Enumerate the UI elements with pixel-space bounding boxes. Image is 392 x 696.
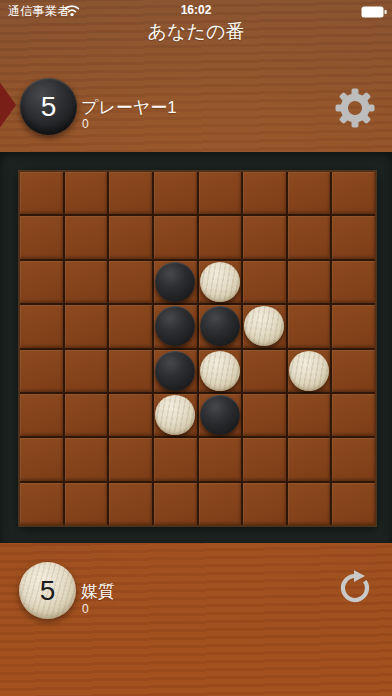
board-frame — [0, 152, 392, 543]
board-cell[interactable] — [154, 350, 197, 392]
board-cell[interactable] — [199, 172, 242, 214]
black-stone — [155, 351, 195, 391]
white-stone — [200, 351, 240, 391]
board-cell[interactable] — [65, 483, 108, 525]
board-cell[interactable] — [199, 350, 242, 392]
white-stone — [244, 306, 284, 346]
board-cell[interactable] — [20, 261, 63, 303]
board-cell[interactable] — [65, 438, 108, 480]
white-stone — [155, 395, 195, 435]
board-cell[interactable] — [154, 172, 197, 214]
board-cell[interactable] — [109, 438, 152, 480]
top-player-name: プレーヤー1 — [81, 96, 177, 119]
board-cell[interactable] — [288, 172, 331, 214]
board-cell[interactable] — [199, 261, 242, 303]
board-cell[interactable] — [243, 438, 286, 480]
board-cell[interactable] — [154, 394, 197, 436]
board-cell[interactable] — [199, 483, 242, 525]
board-cell[interactable] — [20, 483, 63, 525]
board-cell[interactable] — [332, 216, 375, 258]
board-cell[interactable] — [154, 483, 197, 525]
white-stone — [289, 351, 329, 391]
board-cell[interactable] — [243, 216, 286, 258]
board-cell[interactable] — [243, 305, 286, 347]
board-cell[interactable] — [332, 172, 375, 214]
board-cell[interactable] — [332, 438, 375, 480]
board-cell[interactable] — [288, 483, 331, 525]
othello-board — [19, 171, 376, 526]
board-cell[interactable] — [288, 261, 331, 303]
white-disc-count: 5 — [40, 575, 56, 607]
board-cell[interactable] — [20, 172, 63, 214]
settings-gear-icon[interactable] — [335, 88, 375, 132]
bottom-player-name: 媒質 — [81, 580, 115, 603]
page-title: あなたの番 — [0, 19, 392, 45]
restart-redo-icon[interactable] — [337, 569, 373, 609]
board-cell[interactable] — [65, 216, 108, 258]
board-cell[interactable] — [288, 438, 331, 480]
app-screen: 通信事業者 16:02 あなたの番 5 プレーヤー1 0 — [0, 0, 392, 696]
board-cell[interactable] — [288, 350, 331, 392]
board-cell[interactable] — [65, 305, 108, 347]
board-cell[interactable] — [243, 350, 286, 392]
bottom-player-score: 0 — [82, 602, 89, 616]
board-cell[interactable] — [20, 438, 63, 480]
board-cell[interactable] — [243, 394, 286, 436]
board-cell[interactable] — [288, 305, 331, 347]
board-cell[interactable] — [332, 261, 375, 303]
board-cell[interactable] — [154, 261, 197, 303]
board-cell[interactable] — [109, 261, 152, 303]
black-stone — [155, 262, 195, 302]
board-cell[interactable] — [332, 483, 375, 525]
board-cell[interactable] — [154, 216, 197, 258]
board-cell[interactable] — [65, 261, 108, 303]
white-stone — [200, 262, 240, 302]
status-bar: 通信事業者 16:02 — [0, 0, 392, 20]
board-cell[interactable] — [109, 394, 152, 436]
white-player-disc: 5 — [19, 562, 76, 619]
board-cell[interactable] — [20, 350, 63, 392]
board-cell[interactable] — [199, 394, 242, 436]
board-cell[interactable] — [109, 216, 152, 258]
black-disc-count: 5 — [41, 91, 57, 123]
board-cell[interactable] — [243, 483, 286, 525]
board-cell[interactable] — [154, 305, 197, 347]
board-cell[interactable] — [109, 350, 152, 392]
board-cell[interactable] — [65, 172, 108, 214]
black-player-disc: 5 — [20, 78, 77, 135]
board-cell[interactable] — [20, 394, 63, 436]
board-cell[interactable] — [65, 394, 108, 436]
board-cell[interactable] — [65, 350, 108, 392]
top-player-score: 0 — [82, 117, 89, 131]
board-cell[interactable] — [199, 216, 242, 258]
board-cell[interactable] — [243, 261, 286, 303]
board-cell[interactable] — [109, 172, 152, 214]
board-cell[interactable] — [109, 305, 152, 347]
black-stone — [200, 306, 240, 346]
board-cell[interactable] — [332, 394, 375, 436]
board-cell[interactable] — [288, 394, 331, 436]
board-cell[interactable] — [199, 305, 242, 347]
board-cell[interactable] — [109, 483, 152, 525]
board-cell[interactable] — [154, 438, 197, 480]
board-cell[interactable] — [243, 172, 286, 214]
board-cell[interactable] — [332, 305, 375, 347]
clock: 16:02 — [0, 3, 392, 17]
black-stone — [155, 306, 195, 346]
black-stone — [200, 395, 240, 435]
board-cell[interactable] — [332, 350, 375, 392]
board-cell[interactable] — [288, 216, 331, 258]
board-cell[interactable] — [20, 216, 63, 258]
turn-indicator-diamond — [0, 76, 20, 134]
board-cell[interactable] — [199, 438, 242, 480]
board-cell[interactable] — [20, 305, 63, 347]
